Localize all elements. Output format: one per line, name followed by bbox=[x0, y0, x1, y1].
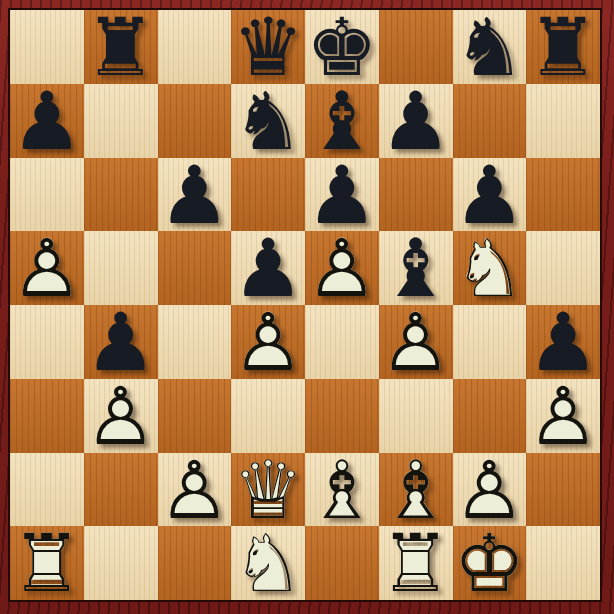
piece-black-bishop[interactable]: ♝ bbox=[379, 231, 453, 305]
square-e2[interactable]: ♝♗ bbox=[305, 453, 379, 527]
piece-black-bishop[interactable]: ♝ bbox=[305, 84, 379, 158]
square-g2[interactable]: ♟♙ bbox=[453, 453, 527, 527]
black-rook-glyph: ♜ bbox=[85, 11, 157, 85]
white-knight-outline-glyph: ♘ bbox=[232, 527, 304, 601]
square-d3[interactable] bbox=[231, 379, 305, 453]
piece-white-pawn[interactable]: ♟♙ bbox=[10, 231, 84, 305]
square-f3[interactable] bbox=[379, 379, 453, 453]
white-pawn-outline-glyph: ♙ bbox=[380, 306, 452, 380]
piece-white-pawn[interactable]: ♟♙ bbox=[526, 379, 600, 453]
piece-white-bishop[interactable]: ♝♗ bbox=[379, 453, 453, 527]
white-pawn-outline-glyph: ♙ bbox=[306, 232, 378, 306]
square-d2[interactable]: ♛♕ bbox=[231, 453, 305, 527]
black-knight-glyph: ♞ bbox=[232, 85, 304, 159]
piece-white-pawn[interactable]: ♟♙ bbox=[305, 231, 379, 305]
square-e4[interactable] bbox=[305, 305, 379, 379]
piece-black-pawn[interactable]: ♟ bbox=[10, 84, 84, 158]
piece-white-pawn[interactable]: ♟♙ bbox=[158, 453, 232, 527]
piece-white-pawn[interactable]: ♟♙ bbox=[84, 379, 158, 453]
square-h1[interactable] bbox=[526, 526, 600, 600]
piece-white-rook[interactable]: ♜♖ bbox=[379, 526, 453, 600]
square-f8[interactable] bbox=[379, 10, 453, 84]
square-g1[interactable]: ♚♔ bbox=[453, 526, 527, 600]
square-b4[interactable]: ♟ bbox=[84, 305, 158, 379]
white-pawn-outline-glyph: ♙ bbox=[527, 380, 599, 454]
square-e7[interactable]: ♝ bbox=[305, 84, 379, 158]
piece-white-knight[interactable]: ♞♘ bbox=[231, 526, 305, 600]
square-c6[interactable]: ♟ bbox=[158, 158, 232, 232]
square-d8[interactable]: ♛ bbox=[231, 10, 305, 84]
square-c5[interactable] bbox=[158, 231, 232, 305]
square-a2[interactable] bbox=[10, 453, 84, 527]
square-g4[interactable] bbox=[453, 305, 527, 379]
square-e1[interactable] bbox=[305, 526, 379, 600]
square-b2[interactable] bbox=[84, 453, 158, 527]
square-d6[interactable] bbox=[231, 158, 305, 232]
square-g6[interactable]: ♟ bbox=[453, 158, 527, 232]
square-a4[interactable] bbox=[10, 305, 84, 379]
square-e8[interactable]: ♚ bbox=[305, 10, 379, 84]
black-rook-glyph: ♜ bbox=[527, 11, 599, 85]
piece-black-pawn[interactable]: ♟ bbox=[453, 158, 527, 232]
piece-black-pawn[interactable]: ♟ bbox=[305, 158, 379, 232]
piece-white-pawn[interactable]: ♟♙ bbox=[231, 305, 305, 379]
square-a8[interactable] bbox=[10, 10, 84, 84]
piece-black-pawn[interactable]: ♟ bbox=[379, 84, 453, 158]
square-b8[interactable]: ♜ bbox=[84, 10, 158, 84]
square-b6[interactable] bbox=[84, 158, 158, 232]
white-king-outline-glyph: ♔ bbox=[454, 527, 526, 601]
chess-board: ♜♛♚♞♜♟♞♝♟♟♟♟♟♙♟♟♙♝♞♘♟♟♙♟♙♟♟♙♟♙♟♙♛♕♝♗♝♗♟♙… bbox=[10, 10, 600, 600]
chess-board-frame: ♜♛♚♞♜♟♞♝♟♟♟♟♟♙♟♟♙♝♞♘♟♟♙♟♙♟♟♙♟♙♟♙♛♕♝♗♝♗♟♙… bbox=[0, 0, 614, 614]
square-h5[interactable] bbox=[526, 231, 600, 305]
square-a6[interactable] bbox=[10, 158, 84, 232]
white-pawn-outline-glyph: ♙ bbox=[85, 380, 157, 454]
square-g7[interactable] bbox=[453, 84, 527, 158]
piece-white-pawn[interactable]: ♟♙ bbox=[379, 305, 453, 379]
square-e3[interactable] bbox=[305, 379, 379, 453]
square-e6[interactable]: ♟ bbox=[305, 158, 379, 232]
white-rook-outline-glyph: ♖ bbox=[380, 527, 452, 601]
white-knight-outline-glyph: ♘ bbox=[454, 232, 526, 306]
piece-black-knight[interactable]: ♞ bbox=[453, 10, 527, 84]
piece-black-knight[interactable]: ♞ bbox=[231, 84, 305, 158]
square-h7[interactable] bbox=[526, 84, 600, 158]
square-a5[interactable]: ♟♙ bbox=[10, 231, 84, 305]
square-f7[interactable]: ♟ bbox=[379, 84, 453, 158]
square-c4[interactable] bbox=[158, 305, 232, 379]
square-f1[interactable]: ♜♖ bbox=[379, 526, 453, 600]
square-d4[interactable]: ♟♙ bbox=[231, 305, 305, 379]
square-a3[interactable] bbox=[10, 379, 84, 453]
piece-black-queen[interactable]: ♛ bbox=[231, 10, 305, 84]
white-pawn-outline-glyph: ♙ bbox=[11, 232, 83, 306]
square-g8[interactable]: ♞ bbox=[453, 10, 527, 84]
white-pawn-outline-glyph: ♙ bbox=[232, 306, 304, 380]
white-rook-outline-glyph: ♖ bbox=[11, 527, 83, 601]
piece-black-pawn[interactable]: ♟ bbox=[158, 158, 232, 232]
square-h6[interactable] bbox=[526, 158, 600, 232]
piece-white-knight[interactable]: ♞♘ bbox=[453, 231, 527, 305]
square-f6[interactable] bbox=[379, 158, 453, 232]
square-a1[interactable]: ♜♖ bbox=[10, 526, 84, 600]
piece-black-pawn[interactable]: ♟ bbox=[526, 305, 600, 379]
square-h8[interactable]: ♜ bbox=[526, 10, 600, 84]
square-h3[interactable]: ♟♙ bbox=[526, 379, 600, 453]
square-d5[interactable]: ♟ bbox=[231, 231, 305, 305]
square-b1[interactable] bbox=[84, 526, 158, 600]
square-a7[interactable]: ♟ bbox=[10, 84, 84, 158]
square-g3[interactable] bbox=[453, 379, 527, 453]
square-c8[interactable] bbox=[158, 10, 232, 84]
black-pawn-glyph: ♟ bbox=[380, 85, 452, 159]
black-pawn-glyph: ♟ bbox=[11, 85, 83, 159]
square-b7[interactable] bbox=[84, 84, 158, 158]
square-f2[interactable]: ♝♗ bbox=[379, 453, 453, 527]
white-bishop-outline-glyph: ♗ bbox=[306, 454, 378, 528]
square-e5[interactable]: ♟♙ bbox=[305, 231, 379, 305]
square-d1[interactable]: ♞♘ bbox=[231, 526, 305, 600]
piece-white-pawn[interactable]: ♟♙ bbox=[453, 453, 527, 527]
black-pawn-glyph: ♟ bbox=[159, 159, 231, 233]
square-f5[interactable]: ♝ bbox=[379, 231, 453, 305]
square-h2[interactable] bbox=[526, 453, 600, 527]
piece-black-pawn[interactable]: ♟ bbox=[231, 231, 305, 305]
square-b3[interactable]: ♟♙ bbox=[84, 379, 158, 453]
white-pawn-outline-glyph: ♙ bbox=[159, 454, 231, 528]
square-f4[interactable]: ♟♙ bbox=[379, 305, 453, 379]
piece-white-bishop[interactable]: ♝♗ bbox=[305, 453, 379, 527]
black-knight-glyph: ♞ bbox=[454, 11, 526, 85]
piece-white-queen[interactable]: ♛♕ bbox=[231, 453, 305, 527]
piece-black-king[interactable]: ♚ bbox=[305, 10, 379, 84]
piece-white-king[interactable]: ♚♔ bbox=[453, 526, 527, 600]
piece-black-pawn[interactable]: ♟ bbox=[84, 305, 158, 379]
piece-white-rook[interactable]: ♜♖ bbox=[10, 526, 84, 600]
piece-black-rook[interactable]: ♜ bbox=[84, 10, 158, 84]
piece-black-rook[interactable]: ♜ bbox=[526, 10, 600, 84]
square-c1[interactable] bbox=[158, 526, 232, 600]
square-c2[interactable]: ♟♙ bbox=[158, 453, 232, 527]
square-g5[interactable]: ♞♘ bbox=[453, 231, 527, 305]
square-c3[interactable] bbox=[158, 379, 232, 453]
square-b5[interactable] bbox=[84, 231, 158, 305]
square-h4[interactable]: ♟ bbox=[526, 305, 600, 379]
square-c7[interactable] bbox=[158, 84, 232, 158]
square-d7[interactable]: ♞ bbox=[231, 84, 305, 158]
